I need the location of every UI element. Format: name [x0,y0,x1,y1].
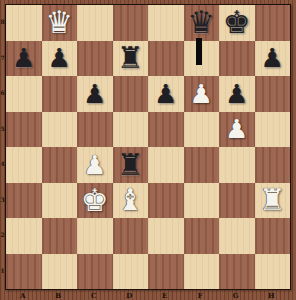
square-b4[interactable] [42,147,78,183]
square-h5[interactable] [255,112,291,148]
file-label-f: F [183,292,219,299]
file-label-g: G [218,292,254,299]
file-label-a: A [5,292,41,299]
square-b6[interactable] [42,76,78,112]
square-g8[interactable]: ♚ [219,5,255,41]
square-b7[interactable]: ♟ [42,41,78,77]
move-annotation-line [196,38,202,65]
piece-white-pawn[interactable]: ♟ [77,147,113,183]
square-h3[interactable]: ♜ [255,183,291,219]
square-d2[interactable] [113,218,149,254]
square-g3[interactable] [219,183,255,219]
square-d5[interactable] [113,112,149,148]
square-e8[interactable] [148,5,184,41]
square-h8[interactable] [255,5,291,41]
square-h2[interactable] [255,218,291,254]
square-e4[interactable] [148,147,184,183]
square-b3[interactable] [42,183,78,219]
square-g6[interactable]: ♟ [219,76,255,112]
chess-board: ♛♛♚♟♟♜♟♟♟♟♟♟♟♜♚♝♜ [5,4,291,290]
rank-label-5: 5 [0,126,5,132]
square-d7[interactable]: ♜ [113,41,149,77]
square-d6[interactable] [113,76,149,112]
rank-label-6: 6 [0,90,5,96]
file-label-d: D [112,292,148,299]
piece-black-rook[interactable]: ♜ [113,147,149,183]
rank-label-8: 8 [0,19,5,25]
square-a8[interactable] [6,5,42,41]
piece-white-queen[interactable]: ♛ [42,5,78,41]
square-f5[interactable] [184,112,220,148]
piece-white-pawn[interactable]: ♟ [184,76,220,112]
piece-black-pawn[interactable]: ♟ [42,41,78,77]
rank-label-3: 3 [0,197,5,203]
square-e1[interactable] [148,254,184,290]
square-e7[interactable] [148,41,184,77]
square-g7[interactable] [219,41,255,77]
square-c5[interactable] [77,112,113,148]
piece-white-bishop[interactable]: ♝ [113,183,149,219]
square-h4[interactable] [255,147,291,183]
square-d1[interactable] [113,254,149,290]
square-c4[interactable]: ♟ [77,147,113,183]
piece-black-pawn[interactable]: ♟ [255,41,291,77]
square-b2[interactable] [42,218,78,254]
square-f8[interactable]: ♛ [184,5,220,41]
square-g4[interactable] [219,147,255,183]
file-label-h: H [254,292,290,299]
piece-black-rook[interactable]: ♜ [113,41,149,77]
square-h6[interactable] [255,76,291,112]
square-d3[interactable]: ♝ [113,183,149,219]
square-c2[interactable] [77,218,113,254]
square-g1[interactable] [219,254,255,290]
square-c1[interactable] [77,254,113,290]
piece-white-pawn[interactable]: ♟ [219,112,255,148]
square-a5[interactable] [6,112,42,148]
square-a3[interactable] [6,183,42,219]
rank-label-7: 7 [0,55,5,61]
square-a7[interactable]: ♟ [6,41,42,77]
piece-white-king[interactable]: ♚ [77,183,113,219]
square-c8[interactable] [77,5,113,41]
square-f1[interactable] [184,254,220,290]
square-e2[interactable] [148,218,184,254]
square-c7[interactable] [77,41,113,77]
piece-black-pawn[interactable]: ♟ [148,76,184,112]
square-d8[interactable] [113,5,149,41]
square-g2[interactable] [219,218,255,254]
rank-label-2: 2 [0,232,5,238]
square-c6[interactable]: ♟ [77,76,113,112]
piece-black-queen[interactable]: ♛ [184,5,220,41]
square-f6[interactable]: ♟ [184,76,220,112]
piece-black-pawn[interactable]: ♟ [6,41,42,77]
square-f2[interactable] [184,218,220,254]
square-d4[interactable]: ♜ [113,147,149,183]
piece-black-pawn[interactable]: ♟ [219,76,255,112]
square-a4[interactable] [6,147,42,183]
square-f4[interactable] [184,147,220,183]
square-b8[interactable]: ♛ [42,5,78,41]
piece-black-king[interactable]: ♚ [219,5,255,41]
piece-white-rook[interactable]: ♜ [255,183,291,219]
rank-label-1: 1 [0,268,5,274]
square-b5[interactable] [42,112,78,148]
file-label-e: E [147,292,183,299]
square-a6[interactable] [6,76,42,112]
square-a1[interactable] [6,254,42,290]
square-e6[interactable]: ♟ [148,76,184,112]
square-h7[interactable]: ♟ [255,41,291,77]
chessboard-screenshot: ♛♛♚♟♟♜♟♟♟♟♟♟♟♜♚♝♜ 87654321ABCDEFGH [0,0,296,300]
square-a2[interactable] [6,218,42,254]
square-b1[interactable] [42,254,78,290]
file-label-c: C [76,292,112,299]
square-f3[interactable] [184,183,220,219]
square-e3[interactable] [148,183,184,219]
piece-black-pawn[interactable]: ♟ [77,76,113,112]
file-label-b: B [41,292,77,299]
square-e5[interactable] [148,112,184,148]
rank-label-4: 4 [0,161,5,167]
square-c3[interactable]: ♚ [77,183,113,219]
square-g5[interactable]: ♟ [219,112,255,148]
square-h1[interactable] [255,254,291,290]
